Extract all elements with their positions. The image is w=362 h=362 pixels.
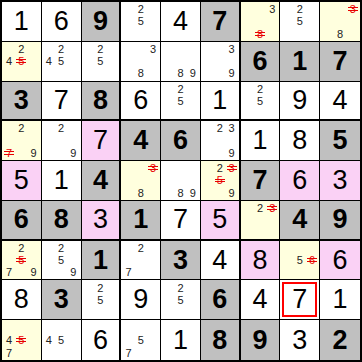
candidate-grid: 245 <box>43 43 80 80</box>
cell-r2c8[interactable]: 1 <box>280 42 320 82</box>
candidate-grid: 25 <box>83 281 119 318</box>
solved-digit: 9 <box>292 87 307 114</box>
candidate: 3 <box>229 122 235 134</box>
candidate-grid: 39 <box>202 43 238 80</box>
candidate: 7 <box>6 347 12 359</box>
candidate-grid: 239 <box>202 122 238 159</box>
cell-r8c4[interactable]: 9 <box>121 280 161 320</box>
given-digit: 3 <box>54 286 69 313</box>
candidate-grid: 38 <box>242 3 279 40</box>
solved-digit: 4 <box>173 8 188 35</box>
cell-r1c2[interactable]: 6 <box>42 2 82 42</box>
cell-r5c1[interactable]: 5 <box>2 161 42 201</box>
solved-digit: 7 <box>173 206 188 233</box>
solved-digit: 6 <box>333 247 348 274</box>
candidate-grid: 2579 <box>3 242 40 279</box>
given-digit: 3 <box>14 87 29 114</box>
candidate-grid: 57 <box>122 321 159 359</box>
candidate-grid: 25 <box>83 43 119 80</box>
given-digit: 9 <box>253 327 268 354</box>
candidate-struck: 5 <box>18 55 24 67</box>
solved-digit: 3 <box>333 167 348 194</box>
cell-r4c7[interactable]: 1 <box>241 121 281 161</box>
candidate-struck: 6 <box>309 254 315 266</box>
cell-r2c9[interactable]: 7 <box>320 42 360 82</box>
candidate-struck: 5 <box>18 254 24 266</box>
cell-r2c3[interactable]: 25 <box>82 42 122 82</box>
solved-digit: 4 <box>253 286 268 313</box>
cell-r7c4[interactable]: 27 <box>121 241 161 281</box>
cell-r3c5[interactable]: 25 <box>161 82 201 122</box>
candidate: 2 <box>257 202 263 214</box>
candidate-struck: 8 <box>257 28 263 40</box>
cell-r7c8[interactable]: 56 <box>280 241 320 281</box>
solved-digit: 5 <box>212 206 227 233</box>
cell-r9c1[interactable]: 457 <box>2 320 42 360</box>
candidate: 5 <box>58 254 64 266</box>
cell-r3c9[interactable]: 4 <box>320 82 360 122</box>
cell-r6c7[interactable]: 23 <box>241 201 281 241</box>
candidate: 2 <box>257 83 263 95</box>
candidate: 8 <box>138 67 144 79</box>
cell-r6c3[interactable]: 3 <box>82 201 122 241</box>
solved-digit: 6 <box>292 167 307 194</box>
candidate: 7 <box>6 266 12 278</box>
cell-r7c7[interactable]: 8 <box>241 241 281 281</box>
cell-r8c9[interactable]: 1 <box>320 280 360 320</box>
cell-r9c4[interactable]: 57 <box>121 320 161 360</box>
given-digit: 6 <box>173 127 188 154</box>
cell-r4c4[interactable]: 4 <box>121 121 161 161</box>
candidate: 2 <box>138 3 144 15</box>
candidate: 2 <box>58 122 64 134</box>
solved-digit: 1 <box>212 87 227 114</box>
given-digit: 6 <box>14 206 29 233</box>
cell-r8c8[interactable]: 7 <box>280 280 320 320</box>
cell-r5c8[interactable]: 6 <box>280 161 320 201</box>
cell-r7c5[interactable]: 3 <box>161 241 201 281</box>
cell-r5c5[interactable]: 89 <box>161 161 201 201</box>
given-digit: 9 <box>93 8 108 35</box>
given-digit: 3 <box>173 247 188 274</box>
cell-r7c9[interactable]: 6 <box>320 241 360 281</box>
given-digit: 5 <box>333 127 348 154</box>
candidate: 5 <box>257 95 263 107</box>
cell-r5c3[interactable]: 4 <box>82 161 122 201</box>
given-digit: 6 <box>253 48 268 75</box>
given-digit: 8 <box>212 327 227 354</box>
candidate-struck: 3 <box>229 162 235 174</box>
cell-r7c2[interactable]: 259 <box>42 241 82 281</box>
candidate: 5 <box>58 334 64 346</box>
candidate: 9 <box>190 67 196 79</box>
solved-digit: 3 <box>292 327 307 354</box>
cell-r1c6[interactable]: 7 <box>201 2 241 42</box>
solved-digit: 7 <box>93 127 108 154</box>
candidate: 2 <box>217 162 223 174</box>
candidate-grid: 23 <box>242 202 279 238</box>
given-digit: 7 <box>212 8 227 35</box>
candidate: 5 <box>297 15 303 27</box>
cell-r2c2[interactable]: 245 <box>42 42 82 82</box>
solved-digit: 8 <box>253 247 268 274</box>
candidate: 4 <box>6 334 12 346</box>
cell-r8c7[interactable]: 4 <box>241 280 281 320</box>
given-digit: 4 <box>292 206 307 233</box>
candidate-grid: 245 <box>3 43 40 80</box>
cell-r8c1[interactable]: 8 <box>2 280 42 320</box>
candidate-grid: 2359 <box>202 162 238 199</box>
candidate: 2 <box>58 242 64 254</box>
candidate: 3 <box>269 3 275 15</box>
candidate-grid: 259 <box>43 242 80 279</box>
candidate: 2 <box>138 242 144 254</box>
candidate: 2 <box>18 242 24 254</box>
solved-digit: 7 <box>292 286 307 313</box>
candidate: 5 <box>297 254 303 266</box>
given-digit: 7 <box>253 167 268 194</box>
candidate: 4 <box>46 55 52 67</box>
cell-r6c8[interactable]: 4 <box>280 201 320 241</box>
candidate-grid: 89 <box>162 43 199 80</box>
candidate-grid: 56 <box>281 242 318 279</box>
candidate: 2 <box>18 122 24 134</box>
candidate: 5 <box>177 294 183 306</box>
candidate: 4 <box>6 55 12 67</box>
candidate: 8 <box>177 67 183 79</box>
candidate: 9 <box>70 147 76 159</box>
candidate-grid: 38 <box>122 162 159 199</box>
candidate: 4 <box>46 334 52 346</box>
candidate-struck: 3 <box>150 162 156 174</box>
solved-digit: 6 <box>93 327 108 354</box>
cell-r7c1[interactable]: 2579 <box>2 241 42 281</box>
candidate-grid: 38 <box>321 3 359 40</box>
cell-r9c6[interactable]: 8 <box>201 320 241 360</box>
candidate-grid: 25 <box>242 83 279 119</box>
cell-r9c5[interactable]: 1 <box>161 320 201 360</box>
cell-r3c6[interactable]: 1 <box>201 82 241 122</box>
cell-r4c5[interactable]: 6 <box>161 121 201 161</box>
solved-digit: 6 <box>133 87 148 114</box>
candidate-struck: 5 <box>18 334 24 346</box>
cell-r4c8[interactable]: 8 <box>280 121 320 161</box>
given-digit: 1 <box>133 206 148 233</box>
candidate: 8 <box>138 187 144 199</box>
candidate: 5 <box>138 334 144 346</box>
candidate: 2 <box>97 43 103 55</box>
given-digit: 8 <box>93 87 108 114</box>
given-digit: 9 <box>333 206 348 233</box>
cell-r5c6[interactable]: 2359 <box>201 161 241 201</box>
candidate: 9 <box>190 187 196 199</box>
cell-r4c2[interactable]: 29 <box>42 121 82 161</box>
cell-r3c3[interactable]: 8 <box>82 82 122 122</box>
given-digit: 4 <box>93 167 108 194</box>
candidate-struck: 3 <box>350 3 356 15</box>
cell-r5c9[interactable]: 3 <box>320 161 360 201</box>
cell-r8c5[interactable]: 25 <box>161 280 201 320</box>
cell-r6c1[interactable]: 6 <box>2 201 42 241</box>
solved-digit: 1 <box>54 167 69 194</box>
cell-r8c6[interactable]: 6 <box>201 280 241 320</box>
candidate: 3 <box>150 43 156 55</box>
candidate-grid: 25 <box>162 83 199 119</box>
candidate: 8 <box>177 187 183 199</box>
candidate: 9 <box>229 147 235 159</box>
cell-r9c3[interactable]: 6 <box>82 320 122 360</box>
cell-r3c8[interactable]: 9 <box>280 82 320 122</box>
cell-r5c2[interactable]: 1 <box>42 161 82 201</box>
candidate: 5 <box>97 294 103 306</box>
given-digit: 6 <box>212 286 227 313</box>
candidate-grid: 89 <box>162 162 199 199</box>
candidate: 5 <box>177 95 183 107</box>
candidate-struck: 7 <box>6 147 12 159</box>
cell-r3c2[interactable]: 7 <box>42 82 82 122</box>
cell-r1c7[interactable]: 38 <box>241 2 281 42</box>
cell-r6c2[interactable]: 8 <box>42 201 82 241</box>
cell-r6c9[interactable]: 9 <box>320 201 360 241</box>
solved-digit: 8 <box>292 127 307 154</box>
cell-r1c3[interactable]: 9 <box>82 2 122 42</box>
cell-r1c1[interactable]: 1 <box>2 2 42 42</box>
candidate: 9 <box>229 67 235 79</box>
candidate: 2 <box>217 122 223 134</box>
given-digit: 7 <box>333 48 348 75</box>
cell-r1c9[interactable]: 38 <box>320 2 360 42</box>
given-digit: 1 <box>93 247 108 274</box>
cell-r6c6[interactable]: 5 <box>201 201 241 241</box>
given-digit: 1 <box>292 48 307 75</box>
solved-digit: 5 <box>14 167 29 194</box>
cell-r2c5[interactable]: 89 <box>161 42 201 82</box>
candidate-grid: 27 <box>122 242 159 279</box>
cell-r3c7[interactable]: 25 <box>241 82 281 122</box>
candidate: 5 <box>97 55 103 67</box>
candidate: 9 <box>229 187 235 199</box>
cell-r2c6[interactable]: 39 <box>201 42 241 82</box>
cell-r3c4[interactable]: 6 <box>121 82 161 122</box>
cell-r1c8[interactable]: 25 <box>280 2 320 42</box>
solved-digit: 6 <box>54 8 69 35</box>
solved-digit: 9 <box>133 286 148 313</box>
candidate: 2 <box>97 282 103 294</box>
candidate-struck: 5 <box>217 174 223 186</box>
solved-digit: 1 <box>333 286 348 313</box>
candidate-grid: 29 <box>43 122 80 159</box>
candidate-grid: 38 <box>122 43 159 80</box>
candidate: 2 <box>177 83 183 95</box>
candidate: 2 <box>58 43 64 55</box>
solved-digit: 4 <box>212 247 227 274</box>
candidate-grid: 25 <box>162 281 199 318</box>
candidate: 5 <box>58 55 64 67</box>
solved-digit: 3 <box>93 206 108 233</box>
candidate-struck: 3 <box>269 202 275 214</box>
candidate: 9 <box>31 147 37 159</box>
cell-r4c6[interactable]: 239 <box>201 121 241 161</box>
cell-r7c6[interactable]: 4 <box>201 241 241 281</box>
candidate: 3 <box>229 43 235 55</box>
cell-r6c4[interactable]: 1 <box>121 201 161 241</box>
cell-r4c1[interactable]: 279 <box>2 121 42 161</box>
sudoku-board: 1692547382538245245253889396173786251259… <box>0 0 362 362</box>
cell-r1c5[interactable]: 4 <box>161 2 201 42</box>
cell-r5c7[interactable]: 7 <box>241 161 281 201</box>
cell-r2c1[interactable]: 245 <box>2 42 42 82</box>
solved-digit: 1 <box>253 127 268 154</box>
given-digit: 2 <box>333 327 348 354</box>
cell-r4c9[interactable]: 5 <box>320 121 360 161</box>
given-digit: 8 <box>54 206 69 233</box>
cell-r8c3[interactable]: 25 <box>82 280 122 320</box>
given-digit: 4 <box>133 127 148 154</box>
candidate: 9 <box>70 266 76 278</box>
cell-r9c8[interactable]: 3 <box>280 320 320 360</box>
cell-r4c3[interactable]: 7 <box>82 121 122 161</box>
solved-digit: 8 <box>14 286 29 313</box>
cell-r8c2[interactable]: 3 <box>42 280 82 320</box>
solved-digit: 1 <box>173 327 188 354</box>
candidate: 5 <box>138 15 144 27</box>
solved-digit: 1 <box>14 8 29 35</box>
candidate: 9 <box>31 266 37 278</box>
candidate: 2 <box>297 3 303 15</box>
candidate: 7 <box>125 347 131 359</box>
candidate: 7 <box>125 266 131 278</box>
cell-r2c4[interactable]: 38 <box>121 42 161 82</box>
candidate-grid: 25 <box>122 3 159 40</box>
cell-r5c4[interactable]: 38 <box>121 161 161 201</box>
candidate-grid: 45 <box>43 321 80 359</box>
candidate-grid: 279 <box>3 122 40 159</box>
solved-digit: 7 <box>54 87 69 114</box>
cell-r9c2[interactable]: 45 <box>42 320 82 360</box>
candidate-grid: 25 <box>281 3 318 40</box>
cell-r6c5[interactable]: 7 <box>161 201 201 241</box>
cell-r9c9[interactable]: 2 <box>320 320 360 360</box>
candidate: 8 <box>337 28 343 40</box>
cell-r3c1[interactable]: 3 <box>2 82 42 122</box>
candidate: 2 <box>177 282 183 294</box>
cell-r2c7[interactable]: 6 <box>241 42 281 82</box>
cell-r7c3[interactable]: 1 <box>82 241 122 281</box>
solved-digit: 4 <box>333 87 348 114</box>
cell-r9c7[interactable]: 9 <box>241 320 281 360</box>
candidate: 2 <box>18 43 24 55</box>
candidate-grid: 457 <box>3 321 40 359</box>
cell-r1c4[interactable]: 25 <box>121 2 161 42</box>
